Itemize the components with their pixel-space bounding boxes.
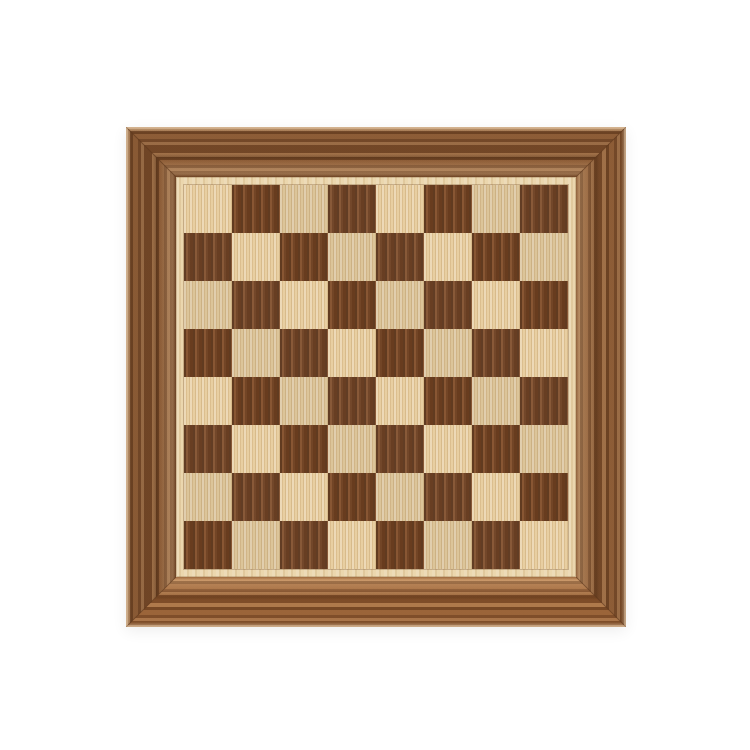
square-e5[interactable] [376,329,424,377]
square-h8[interactable] [520,185,568,233]
square-f7[interactable] [424,233,472,281]
square-c3[interactable] [280,425,328,473]
square-a5[interactable] [184,329,232,377]
square-e1[interactable] [376,521,424,569]
square-e4[interactable] [376,377,424,425]
square-e2[interactable] [376,473,424,521]
frame-rail-right [576,127,626,627]
square-b6[interactable] [232,281,280,329]
square-a7[interactable] [184,233,232,281]
square-h7[interactable] [520,233,568,281]
square-c6[interactable] [280,281,328,329]
square-d8[interactable] [328,185,376,233]
square-g1[interactable] [472,521,520,569]
chess-board [126,127,626,627]
square-h6[interactable] [520,281,568,329]
square-e7[interactable] [376,233,424,281]
square-c1[interactable] [280,521,328,569]
square-g7[interactable] [472,233,520,281]
square-g4[interactable] [472,377,520,425]
square-f8[interactable] [424,185,472,233]
square-h5[interactable] [520,329,568,377]
square-f5[interactable] [424,329,472,377]
square-a2[interactable] [184,473,232,521]
square-g2[interactable] [472,473,520,521]
square-a1[interactable] [184,521,232,569]
square-b8[interactable] [232,185,280,233]
square-d1[interactable] [328,521,376,569]
square-g5[interactable] [472,329,520,377]
square-c5[interactable] [280,329,328,377]
square-a8[interactable] [184,185,232,233]
square-f3[interactable] [424,425,472,473]
square-c7[interactable] [280,233,328,281]
square-d4[interactable] [328,377,376,425]
square-d2[interactable] [328,473,376,521]
square-a4[interactable] [184,377,232,425]
square-b3[interactable] [232,425,280,473]
square-f2[interactable] [424,473,472,521]
square-h4[interactable] [520,377,568,425]
frame-rail-top [126,127,626,177]
square-f1[interactable] [424,521,472,569]
square-b2[interactable] [232,473,280,521]
square-d5[interactable] [328,329,376,377]
maple-inlay-border [176,177,576,577]
square-g6[interactable] [472,281,520,329]
frame-rail-bottom [126,577,626,627]
frame-rail-left [126,127,176,627]
square-b7[interactable] [232,233,280,281]
square-g8[interactable] [472,185,520,233]
square-d7[interactable] [328,233,376,281]
square-c2[interactable] [280,473,328,521]
square-d6[interactable] [328,281,376,329]
square-b1[interactable] [232,521,280,569]
square-f4[interactable] [424,377,472,425]
square-h2[interactable] [520,473,568,521]
square-b4[interactable] [232,377,280,425]
square-f6[interactable] [424,281,472,329]
square-c4[interactable] [280,377,328,425]
square-h1[interactable] [520,521,568,569]
square-e6[interactable] [376,281,424,329]
square-g3[interactable] [472,425,520,473]
product-photo-stage [0,0,750,750]
square-d3[interactable] [328,425,376,473]
square-a6[interactable] [184,281,232,329]
square-h3[interactable] [520,425,568,473]
board-grid [184,185,568,569]
square-b5[interactable] [232,329,280,377]
square-e3[interactable] [376,425,424,473]
square-e8[interactable] [376,185,424,233]
square-a3[interactable] [184,425,232,473]
square-c8[interactable] [280,185,328,233]
